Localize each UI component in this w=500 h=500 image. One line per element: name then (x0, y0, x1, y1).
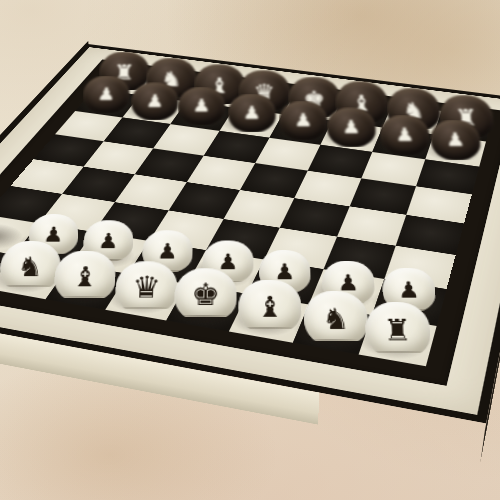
pawn-icon: ♟ (228, 94, 276, 133)
pawn-icon: ♟ (82, 76, 130, 114)
white-knight: ♞ (0, 241, 62, 293)
chess-board: ♜♞♝♛♚♝♞♜♟♟♟♟♟♟♟♟♟♟♟♟♟♟♟♟♜♞♝♛♚♝♞♜ (0, 44, 500, 424)
knight-icon: ♞ (303, 291, 368, 347)
black-pawn: ♟ (177, 87, 225, 126)
white-bishop: ♝ (238, 280, 302, 335)
pawn-icon: ♟ (379, 115, 430, 156)
knight-icon: ♞ (0, 241, 62, 293)
photo-scene: ♜♞♝♛♚♝♞♜♟♟♟♟♟♟♟♟♟♟♟♟♟♟♟♟♜♞♝♛♚♝♞♜ (0, 0, 500, 500)
black-pawn: ♟ (228, 94, 276, 133)
pawn-icon: ♟ (429, 120, 481, 161)
black-pawn: ♟ (82, 76, 130, 114)
black-pawn: ♟ (326, 107, 376, 147)
white-queen: ♛ (114, 261, 178, 315)
king-icon: ♚ (174, 268, 237, 322)
bishop-icon: ♝ (53, 251, 117, 304)
black-pawn: ♟ (131, 82, 179, 120)
bishop-icon: ♝ (238, 280, 302, 335)
black-pawn: ♟ (429, 120, 481, 161)
white-knight: ♞ (303, 291, 368, 347)
pawn-icon: ♟ (0, 204, 23, 245)
pawn-icon: ♟ (177, 87, 225, 126)
white-rook: ♜ (364, 302, 431, 359)
rook-icon: ♜ (364, 302, 431, 359)
black-pawn: ♟ (279, 101, 328, 141)
pawn-icon: ♟ (131, 82, 179, 120)
square-h7: ♟ (425, 134, 486, 166)
pawn-icon: ♟ (279, 101, 328, 141)
black-pawn: ♟ (379, 115, 430, 156)
pawn-icon: ♟ (326, 107, 376, 147)
queen-icon: ♛ (114, 261, 178, 315)
white-bishop: ♝ (53, 251, 117, 304)
white-pawn: ♟ (0, 204, 23, 245)
white-king: ♚ (174, 268, 237, 322)
